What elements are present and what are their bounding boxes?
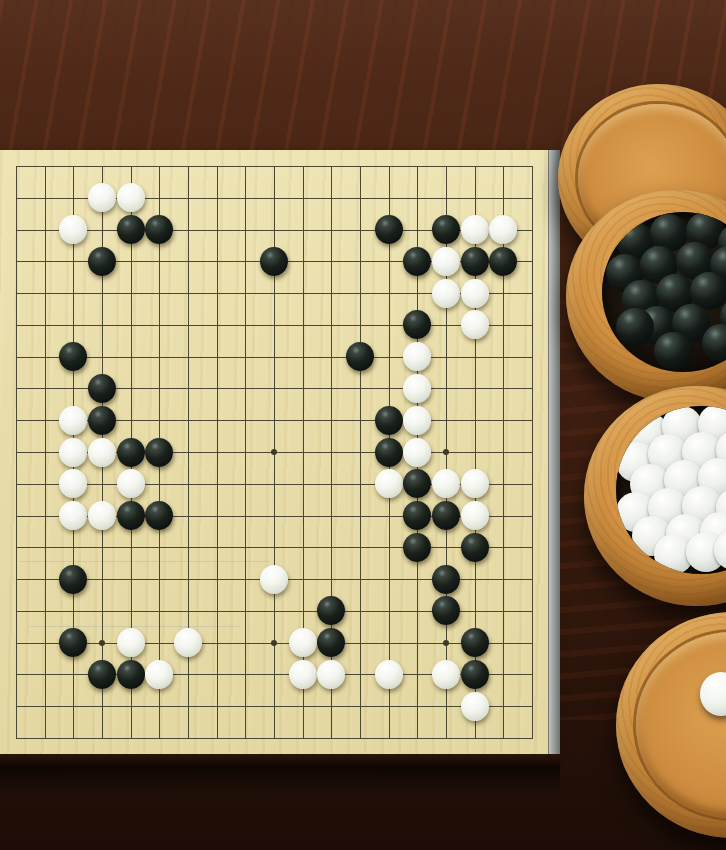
- black-stone: [432, 596, 460, 625]
- go-board: [0, 150, 548, 754]
- black-stone: [117, 215, 145, 244]
- black-stone: [403, 310, 431, 339]
- black-stone: [88, 406, 116, 435]
- white-stone: [403, 406, 431, 435]
- black-stone: [403, 533, 431, 562]
- white-stone: [461, 310, 489, 339]
- black-stone: [432, 215, 460, 244]
- white-stone: [117, 469, 145, 498]
- white-stone: [117, 628, 145, 657]
- white-stone: [145, 660, 173, 689]
- white-stone: [461, 279, 489, 308]
- white-stone: [489, 215, 517, 244]
- white-stone: [461, 692, 489, 721]
- white-stone: [59, 438, 87, 467]
- grid-line-vertical: [217, 166, 218, 739]
- white-stone: [289, 660, 317, 689]
- tabletop-scene: [0, 0, 726, 850]
- white-stone: [317, 660, 345, 689]
- star-point: [271, 640, 277, 646]
- board-bottom-edge: [0, 754, 560, 768]
- white-stone: [403, 342, 431, 371]
- black-stone: [88, 247, 116, 276]
- black-stone: [461, 628, 489, 657]
- board-right-edge-trim: [548, 150, 560, 754]
- white-stone: [461, 469, 489, 498]
- black-stone-in-bowl: [654, 332, 692, 370]
- black-stone: [145, 215, 173, 244]
- white-stone: [375, 469, 403, 498]
- lid-inner-plate: [636, 632, 726, 818]
- star-point: [443, 640, 449, 646]
- black-stone: [145, 501, 173, 530]
- star-point: [271, 449, 277, 455]
- black-stone: [346, 342, 374, 371]
- black-stone: [317, 596, 345, 625]
- black-stone: [432, 501, 460, 530]
- black-stone: [375, 215, 403, 244]
- white-stone: [117, 183, 145, 212]
- white-stone: [59, 215, 87, 244]
- black-stone: [88, 374, 116, 403]
- grid-line-vertical: [16, 166, 17, 739]
- black-stone: [461, 660, 489, 689]
- black-stone: [88, 660, 116, 689]
- black-stone: [461, 247, 489, 276]
- black-stone: [59, 565, 87, 594]
- white-stone: [59, 501, 87, 530]
- white-stone: [174, 628, 202, 657]
- white-stone: [260, 565, 288, 594]
- grid-line-vertical: [45, 166, 46, 739]
- black-stone: [145, 438, 173, 467]
- black-stone: [317, 628, 345, 657]
- black-stone-in-bowl: [702, 324, 726, 362]
- white-stone: [432, 279, 460, 308]
- black-stone-in-bowl: [616, 308, 654, 346]
- pencil-mark: [20, 561, 270, 562]
- white-stone: [461, 501, 489, 530]
- black-stone: [403, 469, 431, 498]
- star-point: [99, 640, 105, 646]
- black-stone: [432, 565, 460, 594]
- black-stone: [117, 501, 145, 530]
- black-stone: [489, 247, 517, 276]
- white-stone: [88, 501, 116, 530]
- white-stone: [403, 374, 431, 403]
- white-stone: [88, 438, 116, 467]
- black-stone: [375, 438, 403, 467]
- board-shadow: [0, 768, 560, 798]
- white-stone: [461, 215, 489, 244]
- white-bowl-cavity: [616, 406, 726, 574]
- black-stone: [403, 247, 431, 276]
- black-stone: [260, 247, 288, 276]
- black-stone: [403, 501, 431, 530]
- white-stone: [432, 247, 460, 276]
- black-stone: [375, 406, 403, 435]
- grid-line-vertical: [245, 166, 246, 739]
- white-stone: [403, 438, 431, 467]
- star-point: [443, 449, 449, 455]
- white-stone: [88, 183, 116, 212]
- white-stone: [375, 660, 403, 689]
- white-stone: [59, 406, 87, 435]
- white-stone: [432, 660, 460, 689]
- white-stone: [432, 469, 460, 498]
- black-stone: [59, 342, 87, 371]
- grid-line-vertical: [532, 166, 533, 739]
- black-stone: [117, 438, 145, 467]
- black-bowl-cavity: [602, 212, 726, 372]
- white-stone: [289, 628, 317, 657]
- white-stone: [59, 469, 87, 498]
- black-stone: [117, 660, 145, 689]
- black-stone: [59, 628, 87, 657]
- black-stone: [461, 533, 489, 562]
- pencil-mark: [30, 626, 240, 627]
- grid-line-vertical: [360, 166, 361, 739]
